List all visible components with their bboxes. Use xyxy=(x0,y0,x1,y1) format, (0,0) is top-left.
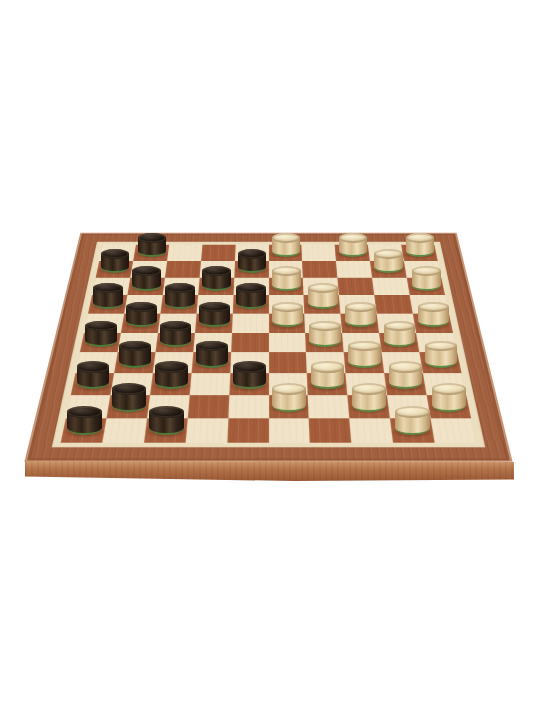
light-piece[interactable] xyxy=(339,233,367,257)
light-piece[interactable] xyxy=(432,383,466,411)
piece-top xyxy=(352,383,386,394)
piece-top xyxy=(101,249,130,259)
dark-piece[interactable] xyxy=(199,302,230,328)
piece-top xyxy=(432,383,466,394)
light-piece[interactable] xyxy=(418,302,449,328)
dark-piece[interactable] xyxy=(149,406,183,435)
piece-top xyxy=(406,233,434,242)
light-piece[interactable] xyxy=(308,283,338,308)
piece-top xyxy=(85,321,116,332)
piece-top xyxy=(199,302,230,312)
light-piece[interactable] xyxy=(412,266,441,291)
dark-piece[interactable] xyxy=(112,383,146,411)
piece-top xyxy=(339,233,367,242)
piece-top xyxy=(233,361,266,372)
light-piece[interactable] xyxy=(345,302,376,328)
piece-top xyxy=(309,321,340,332)
light-piece[interactable] xyxy=(272,266,301,291)
dark-piece[interactable] xyxy=(93,283,123,308)
light-piece[interactable] xyxy=(374,249,403,273)
dark-piece[interactable] xyxy=(138,233,166,257)
light-piece[interactable] xyxy=(272,302,303,328)
dark-piece[interactable] xyxy=(196,341,228,368)
piece-top xyxy=(155,361,188,372)
piece-top xyxy=(202,266,231,276)
light-piece[interactable] xyxy=(272,233,300,257)
dark-piece[interactable] xyxy=(132,266,161,291)
piece-top xyxy=(132,266,161,276)
dark-piece[interactable] xyxy=(238,249,267,273)
product-photo-stage xyxy=(0,0,540,720)
piece-top xyxy=(425,341,457,352)
dark-piece[interactable] xyxy=(160,321,191,347)
piece-top xyxy=(77,361,110,372)
light-piece[interactable] xyxy=(425,341,457,368)
dark-piece[interactable] xyxy=(85,321,116,347)
piece-top xyxy=(272,302,303,312)
light-piece[interactable] xyxy=(309,321,340,347)
dark-piece[interactable] xyxy=(126,302,157,328)
piece-top xyxy=(67,406,101,418)
dark-piece[interactable] xyxy=(165,283,195,308)
piece-top xyxy=(374,249,403,259)
pieces-layer xyxy=(0,0,540,720)
piece-top xyxy=(345,302,376,312)
piece-top xyxy=(418,302,449,312)
dark-piece[interactable] xyxy=(119,341,151,368)
piece-top xyxy=(389,361,422,372)
dark-piece[interactable] xyxy=(236,283,266,308)
piece-top xyxy=(311,361,344,372)
piece-top xyxy=(196,341,228,352)
piece-top xyxy=(138,233,166,242)
piece-top xyxy=(395,406,429,418)
piece-top xyxy=(412,266,441,276)
light-piece[interactable] xyxy=(384,321,415,347)
piece-top xyxy=(149,406,183,418)
dark-piece[interactable] xyxy=(101,249,130,273)
piece-top xyxy=(112,383,146,394)
light-piece[interactable] xyxy=(272,383,306,411)
light-piece[interactable] xyxy=(352,383,386,411)
dark-piece[interactable] xyxy=(155,361,188,389)
piece-top xyxy=(238,249,267,259)
light-piece[interactable] xyxy=(395,406,429,435)
dark-piece[interactable] xyxy=(77,361,110,389)
piece-top xyxy=(272,383,306,394)
dark-piece[interactable] xyxy=(67,406,101,435)
dark-piece[interactable] xyxy=(202,266,231,291)
piece-top xyxy=(272,266,301,276)
light-piece[interactable] xyxy=(389,361,422,389)
piece-top xyxy=(126,302,157,312)
light-piece[interactable] xyxy=(311,361,344,389)
piece-top xyxy=(348,341,380,352)
light-piece[interactable] xyxy=(348,341,380,368)
dark-piece[interactable] xyxy=(233,361,266,389)
piece-top xyxy=(272,233,300,242)
light-piece[interactable] xyxy=(406,233,434,257)
